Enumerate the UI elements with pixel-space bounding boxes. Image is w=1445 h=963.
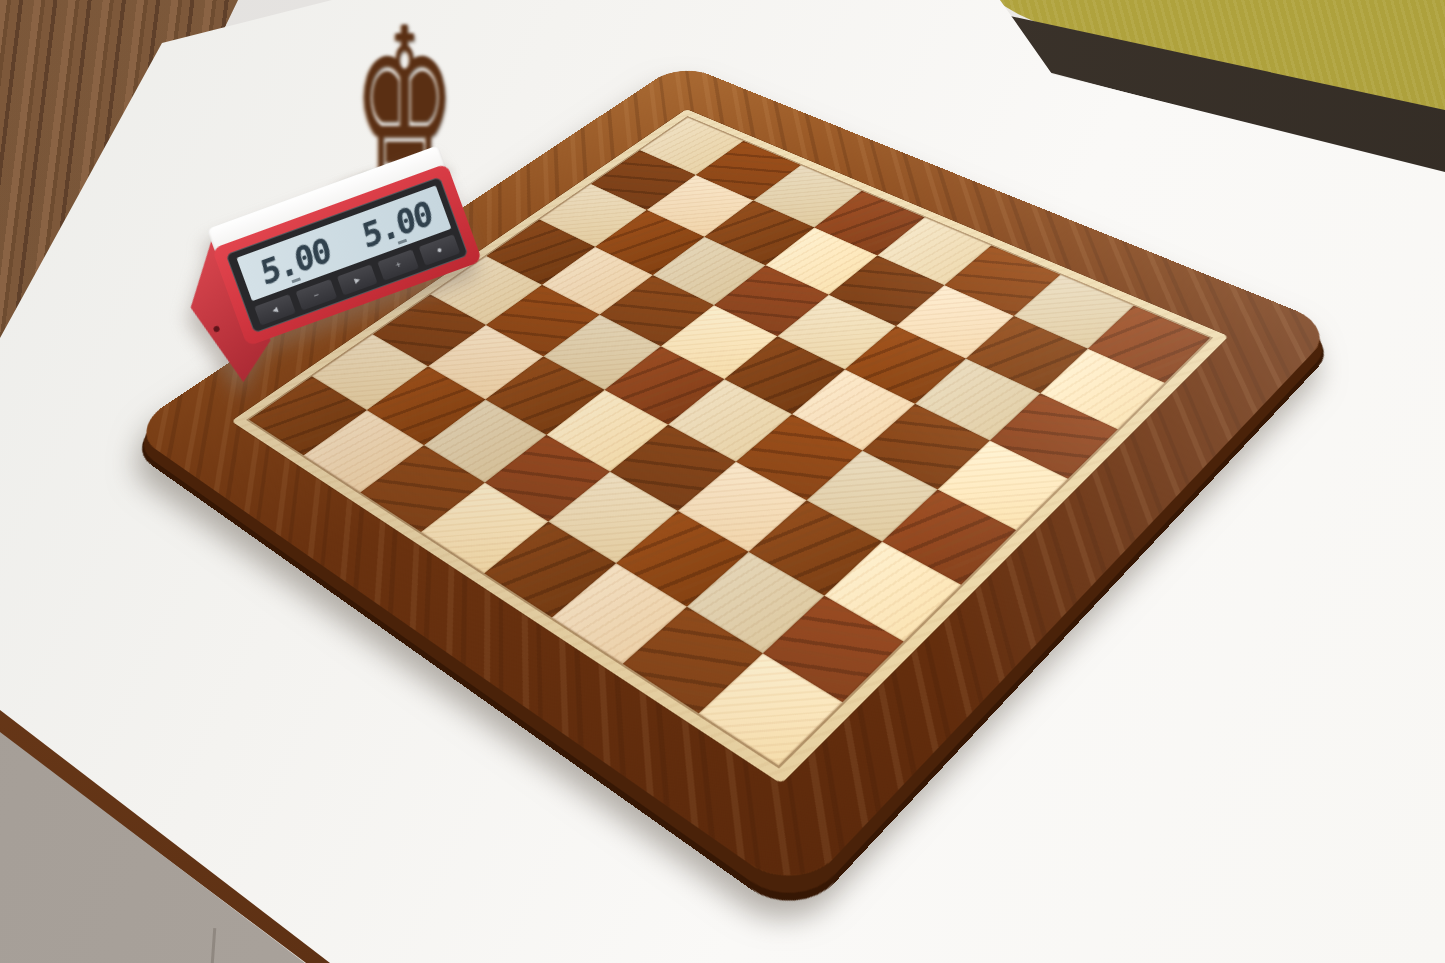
photo-scene: ♚ 5.00 5.00 ◄−►+●	[0, 0, 1445, 963]
board-shadow-wrap	[0, 0, 1445, 963]
clock-speaker-dot	[213, 325, 221, 333]
chess-board	[128, 63, 1337, 897]
